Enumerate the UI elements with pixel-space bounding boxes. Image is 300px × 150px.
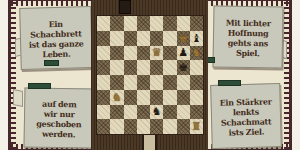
black-king-piece: ♚	[178, 62, 188, 73]
frame-finial-top	[119, 0, 131, 14]
black-bishop-piece: ♝	[191, 33, 201, 44]
square-g8[interactable]	[177, 16, 190, 31]
square-g4[interactable]	[177, 75, 190, 90]
notgeld-banknote: Ein Schachbrett ist das ganze Leben. Mit…	[0, 0, 300, 150]
square-g6[interactable]: ♟	[177, 46, 190, 61]
square-a4[interactable]	[97, 75, 110, 90]
square-e7[interactable]	[150, 31, 163, 46]
square-d3[interactable]	[137, 90, 150, 105]
green-baton-ornament	[218, 80, 241, 86]
square-a7[interactable]	[97, 31, 110, 46]
square-f2[interactable]	[163, 105, 176, 120]
square-d8[interactable]	[137, 16, 150, 31]
paper-margin-right	[291, 0, 300, 150]
verse-line: gehts ans	[228, 38, 268, 49]
square-b2[interactable]	[110, 105, 123, 120]
square-a6[interactable]	[97, 46, 110, 61]
verse-line: werden.	[42, 129, 76, 140]
square-h8[interactable]	[190, 16, 203, 31]
square-e6[interactable]: ♛	[150, 46, 163, 61]
square-g1[interactable]	[177, 119, 190, 134]
white-king-piece: ♚	[178, 33, 188, 44]
square-h2[interactable]	[190, 105, 203, 120]
square-b7[interactable]	[110, 31, 123, 46]
square-d2[interactable]	[137, 105, 150, 120]
square-e8[interactable]	[150, 16, 163, 31]
square-a1[interactable]	[97, 119, 110, 134]
black-pawn-piece: ♟	[178, 47, 188, 58]
square-f8[interactable]	[163, 16, 176, 31]
square-h4[interactable]	[190, 75, 203, 90]
square-d5[interactable]	[137, 60, 150, 75]
square-e3[interactable]	[150, 90, 163, 105]
square-h1[interactable]: ♜	[190, 119, 203, 134]
square-b1[interactable]	[110, 119, 123, 134]
white-knight-piece: ♞	[191, 47, 201, 58]
verse-line: Ein Stärkrer	[219, 96, 271, 107]
white-knight-piece: ♞	[112, 92, 122, 103]
square-c3[interactable]	[124, 90, 137, 105]
square-b8[interactable]	[110, 16, 123, 31]
square-c2[interactable]	[124, 105, 137, 120]
square-e4[interactable]	[150, 75, 163, 90]
frame-finial-bottom	[142, 133, 157, 150]
square-g7[interactable]: ♚	[177, 31, 190, 46]
square-a8[interactable]	[97, 16, 110, 31]
verse-line: lenkts	[233, 107, 259, 118]
square-g3[interactable]	[177, 90, 190, 105]
square-f6[interactable]	[163, 46, 176, 61]
square-b6[interactable]	[110, 46, 123, 61]
square-b3[interactable]: ♞	[110, 90, 123, 105]
square-d7[interactable]	[137, 31, 150, 46]
verse-panel-bottom-right: Ein Stärkrer lenkts Schachmatt ists Ziel…	[210, 83, 282, 149]
verse-panel-top-right: Mit lichter Hoffnung gehts ans Spiel.	[212, 5, 283, 68]
square-d6[interactable]	[137, 46, 150, 61]
square-f5[interactable]	[163, 60, 176, 75]
square-a2[interactable]	[97, 105, 110, 120]
ribbon-fold	[13, 89, 23, 107]
square-f1[interactable]	[163, 119, 176, 134]
verse-line: Spiel.	[236, 48, 260, 58]
verse-line: auf dem	[42, 99, 76, 110]
square-c1[interactable]	[124, 119, 137, 134]
square-f4[interactable]	[163, 75, 176, 90]
green-baton-ornament	[44, 60, 59, 66]
square-h5[interactable]	[190, 60, 203, 75]
square-e5[interactable]	[150, 60, 163, 75]
square-f7[interactable]	[163, 31, 176, 46]
square-f3[interactable]	[163, 90, 176, 105]
square-e1[interactable]	[150, 119, 163, 134]
square-d1[interactable]	[137, 119, 150, 134]
chess-board: ♚♝♛♟♞♚♞♞♜	[96, 15, 204, 135]
white-rook-piece: ♜	[191, 121, 201, 132]
square-g5[interactable]: ♚	[177, 60, 190, 75]
green-baton-ornament	[28, 83, 51, 89]
verse-line: Hoffnung	[228, 28, 269, 39]
square-b5[interactable]	[110, 60, 123, 75]
square-h3[interactable]	[190, 90, 203, 105]
square-a3[interactable]	[97, 90, 110, 105]
verse-line: Leben.	[42, 49, 70, 60]
verse-line: Ein	[48, 19, 62, 29]
verse-line: wir nur	[44, 109, 75, 120]
square-c7[interactable]	[124, 31, 137, 46]
square-c5[interactable]	[124, 60, 137, 75]
verse-panel-bottom-left: auf dem wir nur geschoben werden.	[23, 87, 94, 148]
square-h6[interactable]: ♞	[190, 46, 203, 61]
square-h7[interactable]: ♝	[190, 31, 203, 46]
square-d4[interactable]	[137, 75, 150, 90]
square-a5[interactable]	[97, 60, 110, 75]
square-g2[interactable]	[177, 105, 190, 120]
square-c8[interactable]	[124, 16, 137, 31]
verse-line: ists Ziel.	[229, 127, 265, 138]
black-knight-piece: ♞	[152, 106, 162, 117]
white-queen-piece: ♛	[152, 47, 162, 58]
square-b4[interactable]	[110, 75, 123, 90]
square-e2[interactable]: ♞	[150, 105, 163, 120]
square-c6[interactable]	[124, 46, 137, 61]
square-c4[interactable]	[124, 75, 137, 90]
